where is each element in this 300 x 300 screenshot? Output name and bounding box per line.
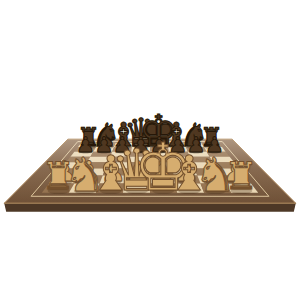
chess-set-photo: ♜♞♝♛♚♝♞♜♟♟♟♟♟♟♟♟♟♟♟♟♟♟♟♟♜♞♝♛♚♝♞♜ <box>0 0 300 300</box>
piece-white-rook-h1[interactable]: ♜ <box>224 158 258 196</box>
